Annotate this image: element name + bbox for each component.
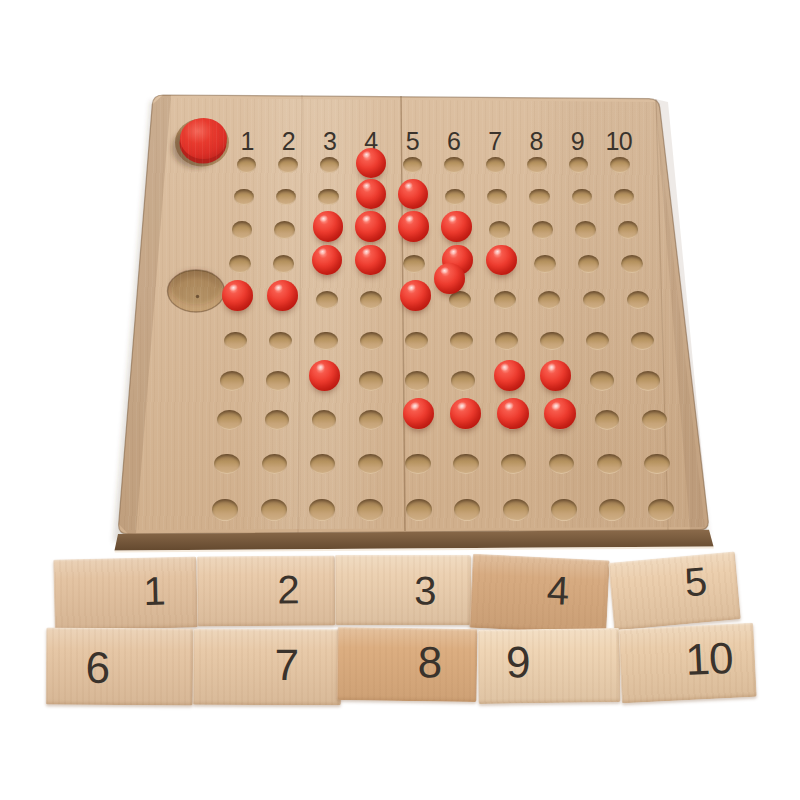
tile-number: 8 bbox=[417, 637, 441, 687]
hole-r4c5[interactable] bbox=[403, 255, 425, 273]
red-bead-r7c3[interactable] bbox=[309, 360, 340, 391]
number-tile-1[interactable]: 1 bbox=[53, 556, 198, 630]
hole-r1c1[interactable] bbox=[237, 157, 257, 173]
hole-r7c2[interactable] bbox=[266, 371, 290, 391]
hole-r7c4[interactable] bbox=[359, 371, 383, 391]
red-bead-r8c8[interactable] bbox=[544, 398, 576, 430]
red-bead-r4c4[interactable] bbox=[355, 245, 386, 276]
hole-r7c6[interactable] bbox=[451, 371, 475, 391]
hole-r3c8[interactable] bbox=[532, 221, 553, 238]
hole-r1c9[interactable] bbox=[569, 157, 589, 173]
hole-r1c8[interactable] bbox=[527, 157, 547, 173]
tile-number: 10 bbox=[684, 633, 733, 685]
hole-r10c2[interactable] bbox=[261, 499, 287, 520]
column-label-2: 2 bbox=[282, 127, 295, 156]
hole-r4c8[interactable] bbox=[534, 255, 556, 273]
red-bead-r7c7[interactable] bbox=[494, 360, 525, 391]
hole-r10c6[interactable] bbox=[454, 499, 480, 520]
hole-r10c1[interactable] bbox=[212, 499, 238, 520]
hole-r2c3[interactable] bbox=[318, 189, 338, 206]
hole-r6c10[interactable] bbox=[631, 332, 654, 351]
hole-r6c5[interactable] bbox=[405, 332, 428, 351]
number-tile-6[interactable]: 6 bbox=[46, 627, 194, 705]
hole-r6c3[interactable] bbox=[314, 332, 337, 351]
hole-r10c7[interactable] bbox=[503, 499, 529, 520]
number-tile-4[interactable]: 4 bbox=[469, 554, 609, 635]
hole-r9c10[interactable] bbox=[644, 454, 669, 475]
tile-number: 7 bbox=[274, 640, 298, 690]
hole-r7c5[interactable] bbox=[405, 371, 429, 391]
tray-dot bbox=[196, 295, 199, 298]
tile-number: 9 bbox=[506, 637, 530, 687]
hole-r6c8[interactable] bbox=[540, 332, 563, 351]
tray-inner-shadow bbox=[171, 270, 222, 305]
red-bead-r3c6[interactable] bbox=[441, 211, 472, 242]
hole-r1c7[interactable] bbox=[486, 157, 506, 173]
hole-r6c9[interactable] bbox=[586, 332, 609, 351]
hole-r4c10[interactable] bbox=[621, 255, 643, 273]
red-bead-r7c8[interactable] bbox=[540, 360, 571, 391]
hole-r1c2[interactable] bbox=[278, 157, 298, 173]
hole-r1c10[interactable] bbox=[610, 157, 630, 173]
hole-r9c4[interactable] bbox=[358, 454, 383, 475]
hole-r5c7[interactable] bbox=[494, 291, 516, 309]
tile-number: 5 bbox=[683, 559, 708, 606]
hole-r10c4[interactable] bbox=[357, 499, 383, 520]
tile-number: 4 bbox=[546, 568, 569, 614]
hole-r8c2[interactable] bbox=[265, 410, 290, 430]
hole-r1c3[interactable] bbox=[320, 157, 340, 173]
hole-r10c3[interactable] bbox=[309, 499, 335, 520]
red-bead-r3c3[interactable] bbox=[313, 211, 344, 242]
number-tile-7[interactable]: 7 bbox=[193, 629, 341, 706]
red-bead-r5c2[interactable] bbox=[267, 280, 298, 311]
tile-number: 6 bbox=[86, 643, 110, 693]
hole-r3c9[interactable] bbox=[575, 221, 596, 238]
tile-number: 3 bbox=[414, 568, 435, 613]
hole-r4c2[interactable] bbox=[273, 255, 295, 273]
hole-r9c9[interactable] bbox=[597, 454, 622, 475]
column-label-3: 3 bbox=[323, 127, 336, 156]
red-bead-r5c5[interactable] bbox=[400, 280, 431, 311]
hole-r9c6[interactable] bbox=[453, 454, 478, 475]
hole-r5c3[interactable] bbox=[316, 291, 338, 309]
hole-r3c1[interactable] bbox=[232, 221, 253, 238]
number-tile-10[interactable]: 10 bbox=[618, 623, 756, 704]
number-tile-5[interactable]: 5 bbox=[608, 551, 741, 630]
hole-r7c1[interactable] bbox=[220, 371, 244, 391]
hole-r4c1[interactable] bbox=[229, 255, 251, 273]
hole-r3c10[interactable] bbox=[618, 221, 639, 238]
hole-r2c10[interactable] bbox=[614, 189, 634, 206]
number-tile-8[interactable]: 8 bbox=[336, 627, 477, 702]
column-label-6: 6 bbox=[447, 127, 460, 156]
red-disc[interactable] bbox=[180, 118, 227, 159]
column-label-1: 1 bbox=[240, 127, 253, 156]
hole-r6c4[interactable] bbox=[360, 332, 383, 351]
hole-r3c7[interactable] bbox=[489, 221, 510, 238]
column-label-8: 8 bbox=[530, 127, 543, 156]
red-bead-r2c4[interactable] bbox=[356, 179, 386, 209]
red-bead-r8c7[interactable] bbox=[497, 398, 529, 430]
red-bead-r2c5[interactable] bbox=[398, 179, 428, 209]
column-label-5: 5 bbox=[406, 127, 419, 156]
hole-r3c2[interactable] bbox=[274, 221, 295, 238]
hole-r10c10[interactable] bbox=[648, 499, 674, 520]
hole-r1c5[interactable] bbox=[403, 157, 423, 173]
tile-number: 2 bbox=[277, 568, 299, 613]
hole-r7c10[interactable] bbox=[636, 371, 660, 391]
hole-r10c9[interactable] bbox=[599, 499, 625, 520]
hole-r1c6[interactable] bbox=[444, 157, 464, 173]
hole-r8c10[interactable] bbox=[642, 410, 667, 430]
column-label-7: 7 bbox=[488, 127, 501, 156]
column-label-10: 10 bbox=[605, 127, 632, 156]
hole-r4c9[interactable] bbox=[578, 255, 600, 273]
hole-r9c5[interactable] bbox=[405, 454, 430, 475]
red-bead-loose[interactable] bbox=[434, 263, 465, 294]
number-tile-9[interactable]: 9 bbox=[477, 628, 620, 704]
tile-number: 1 bbox=[143, 569, 165, 614]
red-bead-r1c4[interactable] bbox=[356, 148, 386, 178]
column-label-9: 9 bbox=[571, 127, 584, 156]
red-bead-r4c7[interactable] bbox=[486, 245, 517, 276]
number-tile-3[interactable]: 3 bbox=[335, 555, 471, 625]
hole-r2c9[interactable] bbox=[572, 189, 592, 206]
hole-r7c9[interactable] bbox=[590, 371, 614, 391]
hole-r2c8[interactable] bbox=[529, 189, 549, 206]
hole-r10c5[interactable] bbox=[406, 499, 432, 520]
number-tile-2[interactable]: 2 bbox=[197, 556, 335, 627]
red-bead-r5c1[interactable] bbox=[222, 280, 253, 311]
hole-r9c1[interactable] bbox=[214, 454, 239, 475]
red-bead-r3c4[interactable] bbox=[355, 211, 386, 242]
scene: 12345678910 12345678910 bbox=[0, 0, 800, 800]
red-bead-r3c5[interactable] bbox=[398, 211, 429, 242]
hole-r10c8[interactable] bbox=[551, 499, 577, 520]
hole-r5c9[interactable] bbox=[583, 291, 605, 309]
hole-r8c1[interactable] bbox=[217, 410, 242, 430]
